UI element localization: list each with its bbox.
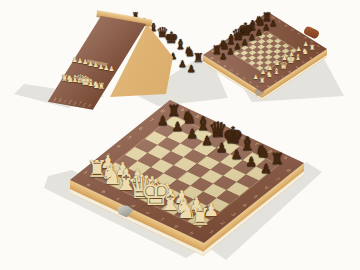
coordinate-label: 6: [283, 24, 288, 27]
coordinate-label: 1: [208, 230, 215, 235]
coordinate-label: 4: [235, 73, 240, 76]
coordinate-label: a: [265, 84, 270, 87]
coordinate-label: a: [210, 50, 215, 53]
coordinate-label: d: [129, 203, 136, 208]
coordinate-label: 3: [242, 77, 247, 80]
coordinate-label: 1: [82, 170, 89, 175]
coordinate-label: d: [231, 35, 236, 38]
coordinate-label: 4: [296, 32, 301, 35]
coordinate-label: h: [260, 16, 265, 19]
coordinate-label: 5: [252, 194, 259, 199]
coordinate-label: a: [85, 183, 92, 188]
coordinate-label: 7: [274, 177, 281, 182]
coordinate-label: c: [115, 197, 122, 201]
coordinate-label: 2: [248, 81, 253, 84]
coordinate-label: e: [238, 135, 245, 140]
coordinate-label: 6: [263, 186, 270, 191]
coordinate-label: c: [224, 40, 229, 43]
coordinate-label: 3: [303, 36, 308, 39]
coordinate-label: 8: [209, 56, 214, 59]
coordinate-label: f: [159, 218, 165, 222]
coordinate-label: 1: [316, 44, 321, 47]
coordinate-label: e: [239, 30, 244, 33]
coordinate-label: h: [282, 156, 289, 161]
coordinate-label: 7: [277, 20, 282, 23]
coordinate-label: b: [194, 114, 201, 119]
coordinate-label: f: [301, 61, 305, 64]
coordinate-label: 8: [159, 109, 166, 114]
coordinate-label: 6: [222, 64, 227, 67]
product-photo: ♜♞♟♝♟♛♟♚♟♝♟♞♟♜♟♟ abcdefgh ♟♟♟♟♟♟♟♟♜♞♝♛♚♝…: [0, 0, 360, 270]
coordinate-label: 3: [230, 212, 237, 217]
coordinate-label: 5: [126, 135, 133, 140]
coordinate-label: 7: [216, 60, 221, 63]
coordinate-label: g: [173, 224, 180, 229]
checkerboard: [233, 31, 298, 73]
coordinate-label: 5: [290, 28, 295, 31]
coordinate-label: d: [223, 128, 230, 133]
coordinate-label: 4: [115, 144, 122, 149]
coordinate-label: 8: [270, 16, 275, 19]
coordinate-label: g: [252, 21, 257, 24]
coordinate-label: c: [280, 75, 285, 78]
coordinate-label: c: [209, 121, 216, 125]
main-board: abcdefgh abcdefgh 87654321 87654321: [70, 100, 304, 243]
coordinate-label: f: [77, 100, 82, 108]
coordinate-label: b: [100, 190, 107, 195]
coordinate-label: e: [144, 211, 151, 216]
coordinate-label: a: [179, 107, 186, 112]
coordinate-label: 2: [93, 162, 100, 167]
coordinate-label: 8: [285, 168, 292, 173]
checkerboard: [87, 61, 106, 64]
coordinate-label: 1: [255, 85, 260, 88]
coordinate-label: 7: [148, 118, 155, 123]
coordinate-label: 3: [104, 153, 111, 158]
coordinate-label: b: [217, 45, 222, 48]
coordinate-label: f: [253, 142, 259, 146]
coordinate-label: 6: [137, 126, 144, 131]
coordinate-label: h: [188, 231, 195, 236]
coordinate-label: 4: [241, 203, 248, 208]
coordinate-label: 2: [219, 221, 226, 226]
coordinate-label: 2: [309, 40, 314, 43]
coordinate-label: 5: [229, 69, 234, 72]
coordinate-label: f: [246, 26, 250, 29]
coordinate-label: g: [267, 149, 274, 154]
